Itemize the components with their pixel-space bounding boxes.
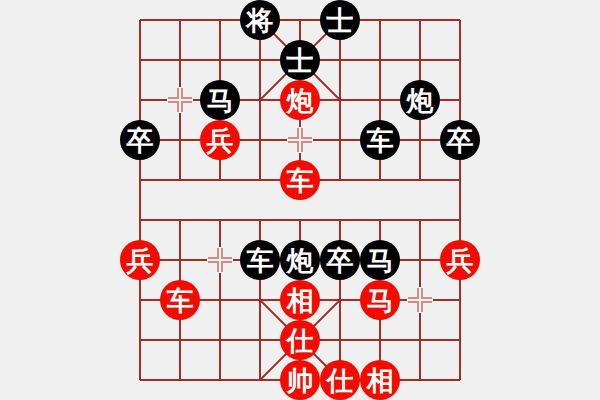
black-cannon[interactable]: 炮: [280, 240, 320, 280]
last-move-marker: [407, 287, 433, 313]
marker-corner-bl: [208, 261, 219, 272]
black-chariot[interactable]: 车: [240, 240, 280, 280]
marker-corner-tr: [301, 128, 312, 139]
black-cannon[interactable]: 炮: [400, 80, 440, 120]
marker-corner-tr: [421, 288, 432, 299]
marker-corner-tl: [288, 128, 299, 139]
red-cannon[interactable]: 炮: [280, 80, 320, 120]
marker-corner-br: [181, 101, 192, 112]
red-pawn[interactable]: 兵: [120, 240, 160, 280]
red-elephant[interactable]: 相: [360, 360, 400, 400]
red-pawn[interactable]: 兵: [440, 240, 480, 280]
marker-corner-tr: [221, 248, 232, 259]
marker-corner-br: [421, 301, 432, 312]
marker-corner-tl: [168, 88, 179, 99]
marker-corner-bl: [168, 101, 179, 112]
marker-corner-bl: [408, 301, 419, 312]
red-general[interactable]: 帅: [280, 360, 320, 400]
black-chariot[interactable]: 车: [360, 120, 400, 160]
marker-corner-tl: [208, 248, 219, 259]
red-pawn[interactable]: 兵: [200, 120, 240, 160]
red-advisor[interactable]: 仕: [280, 320, 320, 360]
red-elephant[interactable]: 相: [280, 280, 320, 320]
black-general[interactable]: 将: [240, 0, 280, 40]
black-pawn[interactable]: 卒: [320, 240, 360, 280]
xiangqi-board: 将士士马炮炮卒兵车卒车兵车炮卒马兵车相马仕帅仕相: [0, 0, 600, 400]
black-pawn[interactable]: 卒: [440, 120, 480, 160]
red-chariot[interactable]: 车: [160, 280, 200, 320]
pieces-layer: 将士士马炮炮卒兵车卒车兵车炮卒马兵车相马仕帅仕相: [0, 0, 600, 400]
red-advisor[interactable]: 仕: [320, 360, 360, 400]
marker-corner-tr: [181, 88, 192, 99]
last-move-marker: [287, 127, 313, 153]
last-move-marker: [167, 87, 193, 113]
marker-corner-bl: [288, 141, 299, 152]
marker-corner-br: [301, 141, 312, 152]
black-horse[interactable]: 马: [360, 240, 400, 280]
marker-corner-br: [221, 261, 232, 272]
last-move-marker: [207, 247, 233, 273]
marker-corner-tl: [408, 288, 419, 299]
black-advisor[interactable]: 士: [320, 0, 360, 40]
black-pawn[interactable]: 卒: [120, 120, 160, 160]
black-advisor[interactable]: 士: [280, 40, 320, 80]
black-horse[interactable]: 马: [200, 80, 240, 120]
red-chariot[interactable]: 车: [280, 160, 320, 200]
red-horse[interactable]: 马: [360, 280, 400, 320]
